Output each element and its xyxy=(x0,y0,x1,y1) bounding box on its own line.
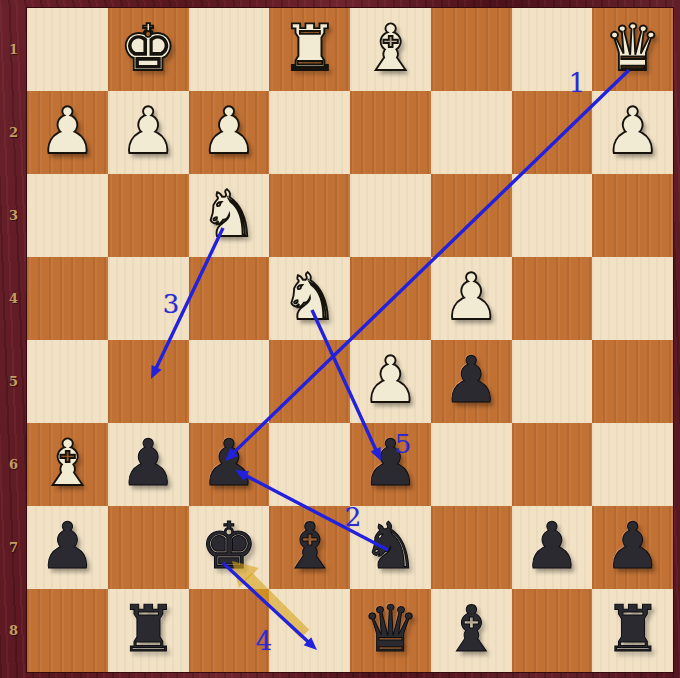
square-e5[interactable] xyxy=(269,340,350,423)
square-g8[interactable]: ♜ xyxy=(108,589,189,672)
rank-label-8: 8 xyxy=(0,589,27,672)
square-g4[interactable] xyxy=(108,257,189,340)
square-c7[interactable] xyxy=(431,506,512,589)
square-g1[interactable]: ♚ xyxy=(108,8,189,91)
square-f1[interactable] xyxy=(189,8,270,91)
square-b1[interactable] xyxy=(512,8,593,91)
square-e1[interactable]: ♜ xyxy=(269,8,350,91)
rank-label-5: 5 xyxy=(0,340,27,423)
piece-bP-f6[interactable]: ♟ xyxy=(200,431,257,495)
piece-bR-a8[interactable]: ♜ xyxy=(604,597,661,661)
square-b8[interactable] xyxy=(512,589,593,672)
screenshot-root: 12345678 ♚♜♝♛♟♟♟♟♞♞♟♟♟♝♟♟♟♟♚♝♞♟♟♜♛♝♜ 123… xyxy=(0,0,680,678)
square-b5[interactable] xyxy=(512,340,593,423)
piece-bP-c5[interactable]: ♟ xyxy=(442,348,499,412)
square-h5[interactable] xyxy=(27,340,108,423)
square-a2[interactable]: ♟ xyxy=(592,91,673,174)
square-d3[interactable] xyxy=(350,174,431,257)
rank-label-7: 7 xyxy=(0,506,27,589)
square-e3[interactable] xyxy=(269,174,350,257)
square-b7[interactable]: ♟ xyxy=(512,506,593,589)
piece-wB-h6[interactable]: ♝ xyxy=(39,431,96,495)
square-h1[interactable] xyxy=(27,8,108,91)
square-g6[interactable]: ♟ xyxy=(108,423,189,506)
square-g5[interactable] xyxy=(108,340,189,423)
square-e8[interactable] xyxy=(269,589,350,672)
square-d8[interactable]: ♛ xyxy=(350,589,431,672)
square-d4[interactable] xyxy=(350,257,431,340)
square-d6[interactable]: ♟ xyxy=(350,423,431,506)
board-frame: 12345678 ♚♜♝♛♟♟♟♟♞♞♟♟♟♝♟♟♟♟♚♝♞♟♟♜♛♝♜ 123… xyxy=(0,0,680,678)
square-a1[interactable]: ♛ xyxy=(592,8,673,91)
square-f7[interactable]: ♚ xyxy=(189,506,270,589)
piece-wP-c4[interactable]: ♟ xyxy=(442,265,499,329)
square-c5[interactable]: ♟ xyxy=(431,340,512,423)
square-g3[interactable] xyxy=(108,174,189,257)
piece-bB-e7[interactable]: ♝ xyxy=(281,514,338,578)
square-a7[interactable]: ♟ xyxy=(592,506,673,589)
square-d2[interactable] xyxy=(350,91,431,174)
square-f4[interactable] xyxy=(189,257,270,340)
square-f3[interactable]: ♞ xyxy=(189,174,270,257)
chess-board[interactable]: ♚♜♝♛♟♟♟♟♞♞♟♟♟♝♟♟♟♟♚♝♞♟♟♜♛♝♜ xyxy=(27,8,673,672)
square-d5[interactable]: ♟ xyxy=(350,340,431,423)
piece-bK-f7[interactable]: ♚ xyxy=(200,514,257,578)
square-c6[interactable] xyxy=(431,423,512,506)
square-c8[interactable]: ♝ xyxy=(431,589,512,672)
rank-labels: 12345678 xyxy=(0,8,27,672)
square-h4[interactable] xyxy=(27,257,108,340)
piece-wP-g2[interactable]: ♟ xyxy=(119,99,176,163)
square-b3[interactable] xyxy=(512,174,593,257)
square-h7[interactable]: ♟ xyxy=(27,506,108,589)
square-h6[interactable]: ♝ xyxy=(27,423,108,506)
piece-wN-e4[interactable]: ♞ xyxy=(281,265,338,329)
piece-bP-h7[interactable]: ♟ xyxy=(39,514,96,578)
square-c2[interactable] xyxy=(431,91,512,174)
piece-bN-d7[interactable]: ♞ xyxy=(362,514,419,578)
square-a5[interactable] xyxy=(592,340,673,423)
piece-wP-d5[interactable]: ♟ xyxy=(362,348,419,412)
square-e7[interactable]: ♝ xyxy=(269,506,350,589)
piece-bP-d6[interactable]: ♟ xyxy=(362,431,419,495)
square-g2[interactable]: ♟ xyxy=(108,91,189,174)
piece-bB-c8[interactable]: ♝ xyxy=(442,597,499,661)
square-a8[interactable]: ♜ xyxy=(592,589,673,672)
square-b6[interactable] xyxy=(512,423,593,506)
piece-bQ-d8[interactable]: ♛ xyxy=(362,597,419,661)
square-h3[interactable] xyxy=(27,174,108,257)
rank-label-2: 2 xyxy=(0,91,27,174)
square-b4[interactable] xyxy=(512,257,593,340)
piece-wR-e1[interactable]: ♜ xyxy=(281,16,338,80)
square-h8[interactable] xyxy=(27,589,108,672)
square-f5[interactable] xyxy=(189,340,270,423)
piece-wP-a2[interactable]: ♟ xyxy=(604,99,661,163)
square-a4[interactable] xyxy=(592,257,673,340)
square-f2[interactable]: ♟ xyxy=(189,91,270,174)
rank-label-4: 4 xyxy=(0,257,27,340)
square-e4[interactable]: ♞ xyxy=(269,257,350,340)
piece-wB-d1[interactable]: ♝ xyxy=(362,16,419,80)
piece-wP-f2[interactable]: ♟ xyxy=(200,99,257,163)
piece-wP-h2[interactable]: ♟ xyxy=(39,99,96,163)
square-b2[interactable] xyxy=(512,91,593,174)
square-d1[interactable]: ♝ xyxy=(350,8,431,91)
square-a6[interactable] xyxy=(592,423,673,506)
rank-label-1: 1 xyxy=(0,8,27,91)
square-g7[interactable] xyxy=(108,506,189,589)
square-f8[interactable] xyxy=(189,589,270,672)
square-d7[interactable]: ♞ xyxy=(350,506,431,589)
rank-label-6: 6 xyxy=(0,423,27,506)
piece-wQ-a1[interactable]: ♛ xyxy=(604,16,661,80)
piece-bP-g6[interactable]: ♟ xyxy=(119,431,176,495)
piece-wK-g1[interactable]: ♚ xyxy=(119,16,176,80)
rank-label-3: 3 xyxy=(0,174,27,257)
piece-wN-f3[interactable]: ♞ xyxy=(200,182,257,246)
piece-bR-g8[interactable]: ♜ xyxy=(119,597,176,661)
square-c4[interactable]: ♟ xyxy=(431,257,512,340)
square-c3[interactable] xyxy=(431,174,512,257)
square-e2[interactable] xyxy=(269,91,350,174)
piece-bP-a7[interactable]: ♟ xyxy=(604,514,661,578)
square-c1[interactable] xyxy=(431,8,512,91)
square-e6[interactable] xyxy=(269,423,350,506)
square-a3[interactable] xyxy=(592,174,673,257)
square-f6[interactable]: ♟ xyxy=(189,423,270,506)
square-h2[interactable]: ♟ xyxy=(27,91,108,174)
piece-bP-b7[interactable]: ♟ xyxy=(523,514,580,578)
